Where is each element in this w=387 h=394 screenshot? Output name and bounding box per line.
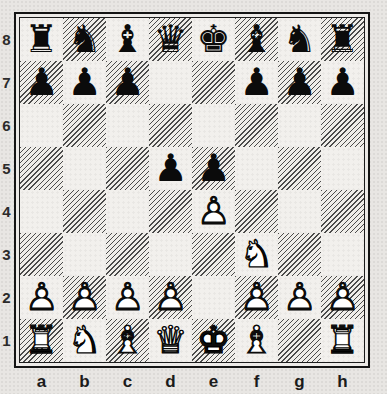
rank-label: 8 bbox=[0, 18, 13, 61]
square-a7[interactable]: ♟ bbox=[20, 61, 63, 104]
white-knight-piece: ♞♘ bbox=[63, 319, 106, 362]
square-f2[interactable]: ♟♙ bbox=[235, 276, 278, 319]
square-c8[interactable]: ♝ bbox=[106, 18, 149, 61]
file-label: b bbox=[63, 370, 106, 393]
square-g1[interactable] bbox=[278, 319, 321, 362]
black-bishop-piece: ♝ bbox=[106, 18, 149, 61]
square-d6[interactable] bbox=[149, 104, 192, 147]
square-e2[interactable] bbox=[192, 276, 235, 319]
square-g2[interactable]: ♟♙ bbox=[278, 276, 321, 319]
white-rook-piece: ♜♖ bbox=[20, 319, 63, 362]
black-rook-piece: ♜ bbox=[321, 18, 364, 61]
white-bishop-piece: ♝♗ bbox=[106, 319, 149, 362]
rank-label: 4 bbox=[0, 190, 13, 233]
square-g3[interactable] bbox=[278, 233, 321, 276]
square-f4[interactable] bbox=[235, 190, 278, 233]
square-a6[interactable] bbox=[20, 104, 63, 147]
square-c7[interactable]: ♟ bbox=[106, 61, 149, 104]
square-e5[interactable]: ♟ bbox=[192, 147, 235, 190]
file-label: a bbox=[20, 370, 63, 393]
square-f8[interactable]: ♝ bbox=[235, 18, 278, 61]
rank-labels: 87654321 bbox=[0, 18, 13, 362]
white-pawn-piece: ♟♙ bbox=[321, 276, 364, 319]
square-d7[interactable] bbox=[149, 61, 192, 104]
square-b5[interactable] bbox=[63, 147, 106, 190]
black-queen-piece: ♛ bbox=[149, 18, 192, 61]
square-b3[interactable] bbox=[63, 233, 106, 276]
square-e4[interactable]: ♟♙ bbox=[192, 190, 235, 233]
white-queen-piece: ♛♕ bbox=[149, 319, 192, 362]
square-h7[interactable]: ♟ bbox=[321, 61, 364, 104]
square-c6[interactable] bbox=[106, 104, 149, 147]
black-pawn-piece: ♟ bbox=[63, 61, 106, 104]
square-d4[interactable] bbox=[149, 190, 192, 233]
square-f6[interactable] bbox=[235, 104, 278, 147]
square-d8[interactable]: ♛ bbox=[149, 18, 192, 61]
black-pawn-piece: ♟ bbox=[321, 61, 364, 104]
chess-board-frame: ♜♞♝♛♚♝♞♜♟♟♟♟♟♟♟♟♟♙♞♘♟♙♟♙♟♙♟♙♟♙♟♙♟♙♜♖♞♘♝♗… bbox=[14, 12, 370, 368]
square-a3[interactable] bbox=[20, 233, 63, 276]
black-bishop-piece: ♝ bbox=[235, 18, 278, 61]
square-h2[interactable]: ♟♙ bbox=[321, 276, 364, 319]
chess-board-grid: ♜♞♝♛♚♝♞♜♟♟♟♟♟♟♟♟♟♙♞♘♟♙♟♙♟♙♟♙♟♙♟♙♟♙♜♖♞♘♝♗… bbox=[19, 17, 365, 363]
black-pawn-piece: ♟ bbox=[20, 61, 63, 104]
square-a8[interactable]: ♜ bbox=[20, 18, 63, 61]
white-pawn-piece: ♟♙ bbox=[149, 276, 192, 319]
square-c5[interactable] bbox=[106, 147, 149, 190]
square-e8[interactable]: ♚ bbox=[192, 18, 235, 61]
square-c1[interactable]: ♝♗ bbox=[106, 319, 149, 362]
square-h5[interactable] bbox=[321, 147, 364, 190]
square-g4[interactable] bbox=[278, 190, 321, 233]
square-e1[interactable]: ♚♔ bbox=[192, 319, 235, 362]
rank-label: 1 bbox=[0, 319, 13, 362]
square-f3[interactable]: ♞♘ bbox=[235, 233, 278, 276]
square-d1[interactable]: ♛♕ bbox=[149, 319, 192, 362]
square-g7[interactable]: ♟ bbox=[278, 61, 321, 104]
square-g5[interactable] bbox=[278, 147, 321, 190]
black-pawn-piece: ♟ bbox=[106, 61, 149, 104]
square-d3[interactable] bbox=[149, 233, 192, 276]
square-h1[interactable]: ♜♖ bbox=[321, 319, 364, 362]
square-c4[interactable] bbox=[106, 190, 149, 233]
rank-label: 3 bbox=[0, 233, 13, 276]
black-king-piece: ♚ bbox=[192, 18, 235, 61]
rank-label: 7 bbox=[0, 61, 13, 104]
file-label: g bbox=[278, 370, 321, 393]
file-label: d bbox=[149, 370, 192, 393]
square-e7[interactable] bbox=[192, 61, 235, 104]
white-pawn-piece: ♟♙ bbox=[192, 190, 235, 233]
black-knight-piece: ♞ bbox=[278, 18, 321, 61]
square-g6[interactable] bbox=[278, 104, 321, 147]
square-h3[interactable] bbox=[321, 233, 364, 276]
square-a2[interactable]: ♟♙ bbox=[20, 276, 63, 319]
rank-label: 6 bbox=[0, 104, 13, 147]
square-b6[interactable] bbox=[63, 104, 106, 147]
white-knight-piece: ♞♘ bbox=[235, 233, 278, 276]
white-pawn-piece: ♟♙ bbox=[278, 276, 321, 319]
square-b8[interactable]: ♞ bbox=[63, 18, 106, 61]
square-c2[interactable]: ♟♙ bbox=[106, 276, 149, 319]
square-e6[interactable] bbox=[192, 104, 235, 147]
square-b7[interactable]: ♟ bbox=[63, 61, 106, 104]
square-c3[interactable] bbox=[106, 233, 149, 276]
square-d2[interactable]: ♟♙ bbox=[149, 276, 192, 319]
file-label: c bbox=[106, 370, 149, 393]
square-h6[interactable] bbox=[321, 104, 364, 147]
white-pawn-piece: ♟♙ bbox=[235, 276, 278, 319]
square-a5[interactable] bbox=[20, 147, 63, 190]
square-b4[interactable] bbox=[63, 190, 106, 233]
square-b2[interactable]: ♟♙ bbox=[63, 276, 106, 319]
black-knight-piece: ♞ bbox=[63, 18, 106, 61]
white-rook-piece: ♜♖ bbox=[321, 319, 364, 362]
black-rook-piece: ♜ bbox=[20, 18, 63, 61]
square-b1[interactable]: ♞♘ bbox=[63, 319, 106, 362]
white-pawn-piece: ♟♙ bbox=[20, 276, 63, 319]
square-f7[interactable]: ♟ bbox=[235, 61, 278, 104]
square-g8[interactable]: ♞ bbox=[278, 18, 321, 61]
square-f5[interactable] bbox=[235, 147, 278, 190]
rank-label: 2 bbox=[0, 276, 13, 319]
white-pawn-piece: ♟♙ bbox=[106, 276, 149, 319]
square-h8[interactable]: ♜ bbox=[321, 18, 364, 61]
black-pawn-piece: ♟ bbox=[149, 147, 192, 190]
square-a1[interactable]: ♜♖ bbox=[20, 319, 63, 362]
square-a4[interactable] bbox=[20, 190, 63, 233]
black-pawn-piece: ♟ bbox=[192, 147, 235, 190]
black-pawn-piece: ♟ bbox=[235, 61, 278, 104]
black-pawn-piece: ♟ bbox=[278, 61, 321, 104]
white-king-piece: ♚♔ bbox=[192, 319, 235, 362]
file-labels: abcdefgh bbox=[20, 370, 364, 393]
rank-label: 5 bbox=[0, 147, 13, 190]
file-label: e bbox=[192, 370, 235, 393]
white-pawn-piece: ♟♙ bbox=[63, 276, 106, 319]
square-h4[interactable] bbox=[321, 190, 364, 233]
white-bishop-piece: ♝♗ bbox=[235, 319, 278, 362]
square-f1[interactable]: ♝♗ bbox=[235, 319, 278, 362]
file-label: f bbox=[235, 370, 278, 393]
square-d5[interactable]: ♟ bbox=[149, 147, 192, 190]
file-label: h bbox=[321, 370, 364, 393]
square-e3[interactable] bbox=[192, 233, 235, 276]
